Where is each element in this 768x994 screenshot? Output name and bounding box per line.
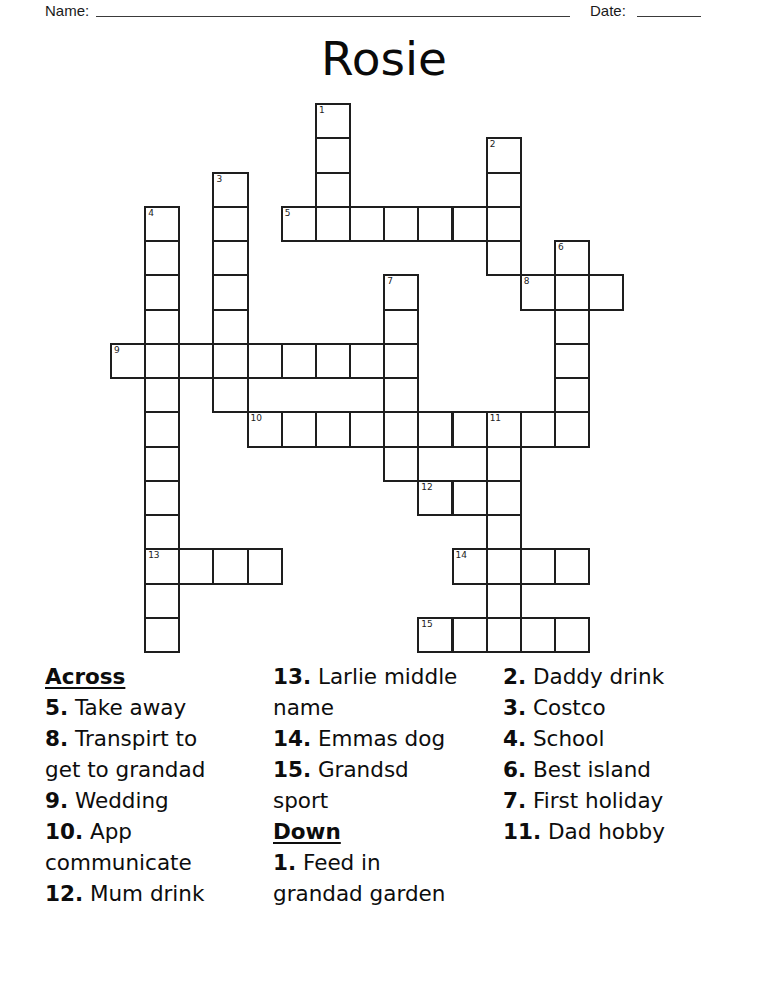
grid-cell[interactable]: [247, 548, 283, 584]
clue-column: 13. Larlie middlename14. Emmas dog15. Gr…: [273, 661, 457, 909]
grid-cell[interactable]: [554, 343, 590, 379]
grid-cell[interactable]: [486, 240, 522, 276]
grid-cell[interactable]: [144, 309, 180, 345]
clue-line: 2. Daddy drink: [503, 661, 665, 692]
cell-number: 14: [456, 550, 467, 560]
grid-cell[interactable]: [315, 411, 351, 447]
grid-cell[interactable]: [554, 548, 590, 584]
clue-line: get to grandad: [45, 754, 205, 785]
cell-number: 5: [285, 208, 291, 218]
clue-line: 1. Feed in: [273, 847, 457, 878]
clue-line: 8. Transpirt to: [45, 723, 205, 754]
grid-cell[interactable]: 8: [520, 274, 556, 310]
grid-cell[interactable]: [383, 446, 419, 482]
grid-cell[interactable]: [315, 137, 351, 173]
grid-cell[interactable]: [554, 411, 590, 447]
grid-cell[interactable]: [383, 411, 419, 447]
date-label: Date:: [590, 2, 626, 19]
cell-number: 11: [490, 413, 501, 423]
clue-column: Across5. Take away8. Transpirt toget to …: [45, 661, 205, 909]
grid-cell[interactable]: [144, 480, 180, 516]
clue-line: communicate: [45, 847, 205, 878]
clue-line: 15. Grandsd: [273, 754, 457, 785]
cell-number: 7: [387, 276, 393, 286]
clue-number: 9.: [45, 788, 68, 813]
grid-cell[interactable]: [247, 343, 283, 379]
clue-number: 8.: [45, 726, 68, 751]
date-input-line[interactable]: [637, 1, 701, 17]
grid-cell[interactable]: [212, 343, 248, 379]
grid-cell[interactable]: [383, 206, 419, 242]
grid-cell[interactable]: [212, 274, 248, 310]
grid-cell[interactable]: [520, 411, 556, 447]
clue-line: sport: [273, 785, 457, 816]
clue-column: 2. Daddy drink3. Costco4. School6. Best …: [503, 661, 665, 847]
grid-cell[interactable]: [349, 206, 385, 242]
clue-line: 4. School: [503, 723, 665, 754]
clue-line: 9. Wedding: [45, 785, 205, 816]
clue-number: 4.: [503, 726, 526, 751]
clue-number: 14.: [273, 726, 311, 751]
grid-cell[interactable]: [281, 411, 317, 447]
grid-cell[interactable]: [144, 514, 180, 550]
grid-cell[interactable]: [212, 377, 248, 413]
grid-cell[interactable]: [486, 583, 522, 619]
clue-number: 12.: [45, 881, 83, 906]
clue-line: 6. Best island: [503, 754, 665, 785]
puzzle-title: Rosie: [0, 33, 768, 85]
cell-number: 8: [524, 276, 530, 286]
clue-number: 2.: [503, 664, 526, 689]
grid-cell[interactable]: [212, 206, 248, 242]
grid-cell[interactable]: [144, 377, 180, 413]
cell-number: 6: [558, 242, 564, 252]
grid-cell[interactable]: [452, 617, 488, 653]
grid-cell[interactable]: [315, 206, 351, 242]
clue-line: 14. Emmas dog: [273, 723, 457, 754]
name-label: Name:: [45, 2, 89, 19]
cell-number: 3: [216, 174, 222, 184]
name-input-line[interactable]: [96, 1, 570, 17]
grid-cell[interactable]: 15: [417, 617, 453, 653]
grid-cell[interactable]: [315, 172, 351, 208]
clue-number: 1.: [273, 850, 296, 875]
grid-cell[interactable]: [520, 548, 556, 584]
grid-cell[interactable]: [486, 548, 522, 584]
grid-cell[interactable]: [452, 411, 488, 447]
clue-line: 3. Costco: [503, 692, 665, 723]
grid-cell[interactable]: [486, 480, 522, 516]
grid-cell[interactable]: [144, 411, 180, 447]
grid-cell[interactable]: [383, 377, 419, 413]
cell-number: 15: [421, 619, 432, 629]
grid-cell[interactable]: [178, 343, 214, 379]
grid-cell[interactable]: 1: [315, 103, 351, 139]
clue-line: 13. Larlie middle: [273, 661, 457, 692]
cell-number: 9: [114, 345, 120, 355]
clue-number: 11.: [503, 819, 541, 844]
clue-line: 12. Mum drink: [45, 878, 205, 909]
grid-cell[interactable]: 6: [554, 240, 590, 276]
grid-cell[interactable]: 10: [247, 411, 283, 447]
grid-cell[interactable]: [452, 206, 488, 242]
grid-cell[interactable]: [486, 514, 522, 550]
grid-cell[interactable]: [417, 411, 453, 447]
grid-cell[interactable]: [178, 548, 214, 584]
grid-cell[interactable]: [554, 377, 590, 413]
clue-number: 10.: [45, 819, 83, 844]
grid-cell[interactable]: [281, 343, 317, 379]
grid-cell[interactable]: [383, 309, 419, 345]
clue-line: grandad garden: [273, 878, 457, 909]
grid-cell[interactable]: 3: [212, 172, 248, 208]
grid-cell[interactable]: [417, 206, 453, 242]
grid-cell[interactable]: [588, 274, 624, 310]
clue-number: 13.: [273, 664, 311, 689]
clues-across-header: Across: [45, 661, 205, 692]
grid-cell[interactable]: 14: [452, 548, 488, 584]
cell-number: 13: [148, 550, 159, 560]
grid-cell[interactable]: [486, 172, 522, 208]
clue-line: 11. Dad hobby: [503, 816, 665, 847]
grid-cell[interactable]: [486, 446, 522, 482]
cell-number: 10: [251, 413, 262, 423]
grid-cell[interactable]: [144, 274, 180, 310]
grid-cell[interactable]: [212, 548, 248, 584]
grid-cell[interactable]: [383, 343, 419, 379]
grid-cell[interactable]: 9: [110, 343, 146, 379]
clue-number: 5.: [45, 695, 68, 720]
grid-cell[interactable]: [554, 309, 590, 345]
grid-cell[interactable]: [315, 343, 351, 379]
grid-cell[interactable]: 12: [417, 480, 453, 516]
cell-number: 2: [490, 139, 496, 149]
grid-cell[interactable]: [144, 446, 180, 482]
grid-cell[interactable]: [520, 617, 556, 653]
grid-cell[interactable]: [212, 309, 248, 345]
grid-cell[interactable]: [486, 617, 522, 653]
grid-cell[interactable]: [144, 240, 180, 276]
grid-cell[interactable]: [144, 343, 180, 379]
grid-cell[interactable]: 11: [486, 411, 522, 447]
clues-down-header: Down: [273, 816, 457, 847]
crossword-worksheet: Name: Date: Rosie 123456789101112131415 …: [0, 0, 768, 994]
grid-cell[interactable]: [554, 617, 590, 653]
grid-cell[interactable]: [554, 274, 590, 310]
cell-number: 1: [319, 105, 325, 115]
grid-cell[interactable]: 5: [281, 206, 317, 242]
cell-number: 12: [421, 482, 432, 492]
grid-cell[interactable]: 7: [383, 274, 419, 310]
clue-line: name: [273, 692, 457, 723]
grid-cell[interactable]: 13: [144, 548, 180, 584]
grid-cell[interactable]: 4: [144, 206, 180, 242]
clue-line: 5. Take away: [45, 692, 205, 723]
grid-cell[interactable]: [349, 411, 385, 447]
clue-number: 7.: [503, 788, 526, 813]
grid-cell[interactable]: 2: [486, 137, 522, 173]
clue-line: 10. App: [45, 816, 205, 847]
clue-number: 6.: [503, 757, 526, 782]
grid-cell[interactable]: [144, 583, 180, 619]
clue-line: 7. First holiday: [503, 785, 665, 816]
grid-cell[interactable]: [349, 343, 385, 379]
clue-number: 3.: [503, 695, 526, 720]
grid-cell[interactable]: [212, 240, 248, 276]
grid-cell[interactable]: [144, 617, 180, 653]
cell-number: 4: [148, 208, 154, 218]
grid-cell[interactable]: [452, 480, 488, 516]
clue-number: 15.: [273, 757, 311, 782]
grid-cell[interactable]: [486, 206, 522, 242]
